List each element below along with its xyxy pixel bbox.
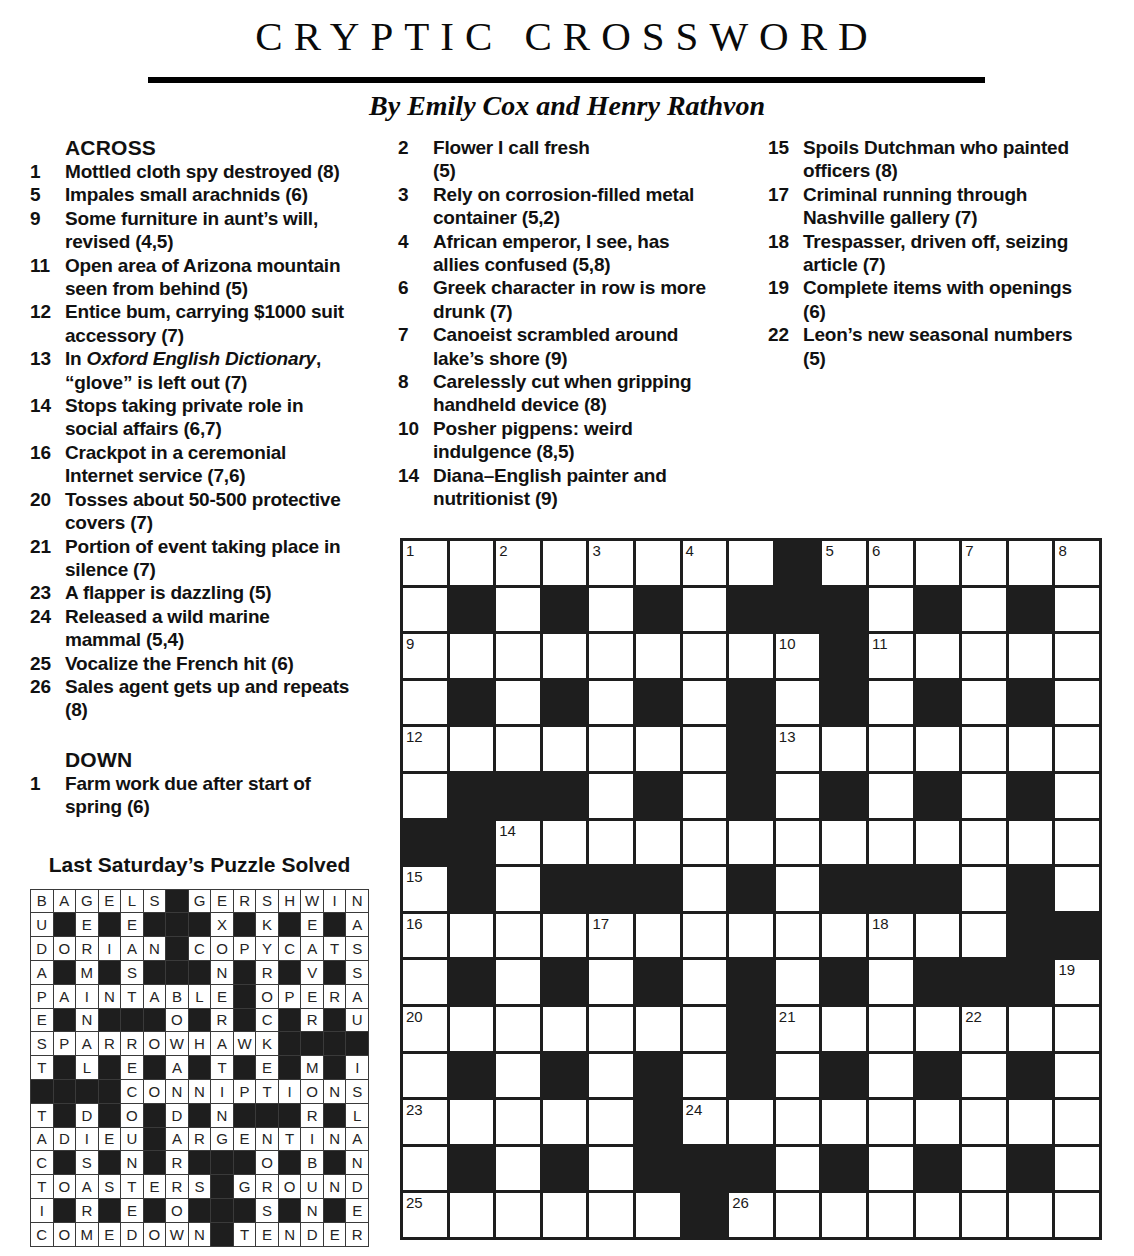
clue-text: Greek character in row is more drunk (7) xyxy=(433,276,706,323)
main-cell-r15c14[interactable] xyxy=(1009,1193,1053,1237)
solved-cell-r9c3 xyxy=(76,1080,98,1103)
main-cell-r9c5[interactable]: 17 xyxy=(589,914,633,958)
main-cell-r11c11[interactable] xyxy=(869,1007,913,1051)
solved-cell-r11c2: D xyxy=(54,1128,76,1151)
cell-number: 9 xyxy=(406,634,414,653)
solved-cell-r12c7: R xyxy=(166,1151,188,1174)
clue-text: Canoeist scrambled around lake’s shore (… xyxy=(433,323,678,370)
main-cell-r10c11[interactable] xyxy=(869,960,913,1004)
solved-cell-r12c3: S xyxy=(76,1151,98,1174)
main-cell-r14c5[interactable] xyxy=(589,1147,633,1191)
solved-cell-r12c5: N xyxy=(121,1151,143,1174)
solved-cell-r1c7 xyxy=(166,890,188,913)
solved-cell-r12c12 xyxy=(279,1151,301,1174)
solved-cell-r4c6 xyxy=(144,961,166,984)
main-cell-r15c2[interactable] xyxy=(450,1193,494,1237)
main-cell-r6c10 xyxy=(822,774,866,818)
main-cell-r1c13[interactable]: 7 xyxy=(962,541,1006,585)
cell-number: 2 xyxy=(499,541,507,560)
main-cell-r5c1[interactable]: 12 xyxy=(403,727,447,771)
main-cell-r9c11[interactable]: 18 xyxy=(869,914,913,958)
main-cell-r11c7[interactable] xyxy=(683,1007,727,1051)
solved-cell-r14c2 xyxy=(54,1199,76,1222)
main-cell-r3c5[interactable] xyxy=(589,634,633,678)
main-cell-r1c2[interactable] xyxy=(450,541,494,585)
main-cell-r13c8[interactable] xyxy=(729,1100,773,1144)
main-cell-r9c8[interactable] xyxy=(729,914,773,958)
main-cell-r7c14[interactable] xyxy=(1009,821,1053,865)
main-cell-r13c3[interactable] xyxy=(496,1100,540,1144)
main-cell-r4c9[interactable] xyxy=(776,681,820,725)
solved-cell-r10c5: O xyxy=(121,1104,143,1127)
main-cell-r15c3[interactable] xyxy=(496,1193,540,1237)
main-cell-r4c15[interactable] xyxy=(1055,681,1099,725)
solved-cell-r1c10: R xyxy=(234,890,256,913)
main-cell-r1c11[interactable]: 6 xyxy=(869,541,913,585)
clue-across-21: 21Portion of event taking place in silen… xyxy=(30,535,390,582)
solved-cell-r10c1: T xyxy=(31,1104,53,1127)
solved-cell-r2c13: E xyxy=(301,913,323,936)
main-cell-r13c5[interactable] xyxy=(589,1100,633,1144)
main-cell-r9c7[interactable] xyxy=(683,914,727,958)
main-cell-r11c9[interactable]: 21 xyxy=(776,1007,820,1051)
solved-cell-r9c1 xyxy=(31,1080,53,1103)
main-cell-r14c15[interactable] xyxy=(1055,1147,1099,1191)
solved-cell-r9c13: O xyxy=(301,1080,323,1103)
main-cell-r7c6[interactable] xyxy=(636,821,680,865)
main-cell-r12c11[interactable] xyxy=(869,1054,913,1098)
solved-cell-r14c1: I xyxy=(31,1199,53,1222)
main-cell-r1c14[interactable] xyxy=(1009,541,1053,585)
main-cell-r11c13[interactable]: 22 xyxy=(962,1007,1006,1051)
solved-cell-r5c14: R xyxy=(324,985,346,1008)
main-cell-r7c3[interactable]: 14 xyxy=(496,821,540,865)
clue-number: 15 xyxy=(768,136,803,183)
solved-cell-r3c11: Y xyxy=(256,937,278,960)
solved-cell-r5c15: A xyxy=(346,985,368,1008)
main-cell-r13c13[interactable] xyxy=(962,1100,1006,1144)
main-cell-r14c1[interactable] xyxy=(403,1147,447,1191)
solved-cell-r14c11: S xyxy=(256,1199,278,1222)
main-cell-r7c11[interactable] xyxy=(869,821,913,865)
main-cell-r4c11[interactable] xyxy=(869,681,913,725)
main-cell-r15c9[interactable] xyxy=(776,1193,820,1237)
solved-cell-r2c6 xyxy=(144,913,166,936)
main-cell-r11c14[interactable] xyxy=(1009,1007,1053,1051)
clue-text: In Oxford English Dictionary, “glove” is… xyxy=(65,347,321,394)
cell-number: 21 xyxy=(779,1007,796,1026)
main-cell-r1c15[interactable]: 8 xyxy=(1055,541,1099,585)
main-cell-r12c3[interactable] xyxy=(496,1054,540,1098)
main-cell-r3c15[interactable] xyxy=(1055,634,1099,678)
main-cell-r15c6[interactable] xyxy=(636,1193,680,1237)
main-cell-r6c6 xyxy=(636,774,680,818)
main-cell-r7c1 xyxy=(403,821,447,865)
main-cell-r10c2 xyxy=(450,960,494,1004)
main-cell-r8c3[interactable] xyxy=(496,867,540,911)
main-cell-r11c10[interactable] xyxy=(822,1007,866,1051)
main-cell-r15c11[interactable] xyxy=(869,1193,913,1237)
clue-text: Tosses about 50-500 protective covers (7… xyxy=(65,488,341,535)
solved-cell-r10c9: N xyxy=(211,1104,233,1127)
main-cell-r6c15[interactable] xyxy=(1055,774,1099,818)
main-cell-r4c1[interactable] xyxy=(403,681,447,725)
main-cell-r3c2[interactable] xyxy=(450,634,494,678)
solved-cell-r9c9: I xyxy=(211,1080,233,1103)
main-cell-r14c6 xyxy=(636,1147,680,1191)
main-cell-r9c6[interactable] xyxy=(636,914,680,958)
cell-number: 10 xyxy=(779,634,796,653)
clue-number: 13 xyxy=(30,347,65,394)
solved-cell-r14c6 xyxy=(144,1199,166,1222)
main-cell-r10c14 xyxy=(1009,960,1053,1004)
clue-text: Mottled cloth spy destroyed (8) xyxy=(65,160,340,183)
main-cell-r9c9[interactable] xyxy=(776,914,820,958)
main-cell-r14c12 xyxy=(916,1147,960,1191)
solved-cell-r14c14 xyxy=(324,1199,346,1222)
main-cell-r9c12[interactable] xyxy=(916,914,960,958)
main-cell-r3c9[interactable]: 10 xyxy=(776,634,820,678)
main-cell-r9c3[interactable] xyxy=(496,914,540,958)
solved-cell-r2c7 xyxy=(166,913,188,936)
main-cell-r1c8[interactable] xyxy=(729,541,773,585)
solved-cell-r4c9: N xyxy=(211,961,233,984)
main-cell-r6c13[interactable] xyxy=(962,774,1006,818)
main-cell-r13c12[interactable] xyxy=(916,1100,960,1144)
main-cell-r2c10 xyxy=(822,588,866,632)
main-cell-r15c10[interactable] xyxy=(822,1193,866,1237)
solved-cell-r3c8: C xyxy=(189,937,211,960)
solved-cell-r10c8 xyxy=(189,1104,211,1127)
main-cell-r6c7[interactable] xyxy=(683,774,727,818)
solved-cell-r3c15: S xyxy=(346,937,368,960)
main-cell-r12c12 xyxy=(916,1054,960,1098)
main-cell-r15c15[interactable] xyxy=(1055,1193,1099,1237)
clue-text: Portion of event taking place in silence… xyxy=(65,535,340,582)
main-cell-r7c4[interactable] xyxy=(543,821,587,865)
clue-text: Leon’s new seasonal numbers (5) xyxy=(803,323,1072,370)
main-cell-r5c10[interactable] xyxy=(822,727,866,771)
clue-number: 1 xyxy=(30,160,65,183)
main-cell-r11c6[interactable] xyxy=(636,1007,680,1051)
main-cell-r9c13[interactable] xyxy=(962,914,1006,958)
main-cell-r4c7[interactable] xyxy=(683,681,727,725)
clue-across-25: 25Vocalize the French hit (6) xyxy=(30,652,390,675)
main-cell-r2c13[interactable] xyxy=(962,588,1006,632)
main-cell-r7c8[interactable] xyxy=(729,821,773,865)
solved-cell-r6c15: U xyxy=(346,1009,368,1032)
clue-text: Diana–English painter and nutritionist (… xyxy=(433,464,667,511)
main-cell-r15c4[interactable] xyxy=(543,1193,587,1237)
solved-cell-r11c14: N xyxy=(324,1128,346,1151)
main-cell-r5c13[interactable] xyxy=(962,727,1006,771)
solved-cell-r13c6: E xyxy=(144,1175,166,1198)
main-cell-r10c7[interactable] xyxy=(683,960,727,1004)
main-cell-r2c15[interactable] xyxy=(1055,588,1099,632)
solved-cell-r9c8: N xyxy=(189,1080,211,1103)
main-cell-r1c1[interactable]: 1 xyxy=(403,541,447,585)
main-cell-r5c4[interactable] xyxy=(543,727,587,771)
main-cell-r13c11[interactable] xyxy=(869,1100,913,1144)
cell-number: 16 xyxy=(406,914,423,933)
cell-number: 25 xyxy=(406,1193,423,1212)
main-cell-r3c7[interactable] xyxy=(683,634,727,678)
main-cell-r10c3[interactable] xyxy=(496,960,540,1004)
main-cell-r3c11[interactable]: 11 xyxy=(869,634,913,678)
solved-cell-r2c8 xyxy=(189,913,211,936)
main-cell-r11c4[interactable] xyxy=(543,1007,587,1051)
solved-cell-r2c4 xyxy=(99,913,121,936)
main-cell-r1c5[interactable]: 3 xyxy=(589,541,633,585)
solved-cell-r11c4: E xyxy=(99,1128,121,1151)
solved-cell-r6c10 xyxy=(234,1009,256,1032)
main-cell-r11c3[interactable] xyxy=(496,1007,540,1051)
main-cell-r12c5[interactable] xyxy=(589,1054,633,1098)
cell-number: 24 xyxy=(686,1100,703,1119)
main-cell-r5c15[interactable] xyxy=(1055,727,1099,771)
solved-cell-r5c5: T xyxy=(121,985,143,1008)
solved-cell-r3c13: A xyxy=(301,937,323,960)
main-cell-r3c12[interactable] xyxy=(916,634,960,678)
main-cell-r15c1[interactable]: 25 xyxy=(403,1193,447,1237)
main-cell-r2c3[interactable] xyxy=(496,588,540,632)
solved-cell-r8c7: A xyxy=(166,1056,188,1079)
solved-cell-r12c14 xyxy=(324,1151,346,1174)
clue-number: 7 xyxy=(398,323,433,370)
solved-cell-r13c11: R xyxy=(256,1175,278,1198)
main-cell-r5c2[interactable] xyxy=(450,727,494,771)
solved-cell-r13c4: S xyxy=(99,1175,121,1198)
main-cell-r1c10[interactable]: 5 xyxy=(822,541,866,585)
clue-number: 12 xyxy=(30,300,65,347)
main-cell-r6c9[interactable] xyxy=(776,774,820,818)
clue-down-14: 14Diana–English painter and nutritionist… xyxy=(398,464,758,511)
solved-cell-r13c3: A xyxy=(76,1175,98,1198)
main-cell-r10c5[interactable] xyxy=(589,960,633,1004)
main-cell-r12c1[interactable] xyxy=(403,1054,447,1098)
solved-cell-r1c3: G xyxy=(76,890,98,913)
clue-across-24: 24Released a wild marine mammal (5,4) xyxy=(30,605,390,652)
solved-cell-r10c11 xyxy=(256,1104,278,1127)
main-cell-r13c15[interactable] xyxy=(1055,1100,1099,1144)
main-cell-r1c6[interactable] xyxy=(636,541,680,585)
main-cell-r3c13[interactable] xyxy=(962,634,1006,678)
solved-cell-r7c3: A xyxy=(76,1032,98,1055)
main-cell-r14c3[interactable] xyxy=(496,1147,540,1191)
main-cell-r9c4[interactable] xyxy=(543,914,587,958)
main-cell-r8c1[interactable]: 15 xyxy=(403,867,447,911)
solved-cell-r7c5: R xyxy=(121,1032,143,1055)
main-cell-r6c5[interactable] xyxy=(589,774,633,818)
clue-down-17: 17Criminal running through Nashville gal… xyxy=(768,183,1134,230)
solved-cell-r14c9 xyxy=(211,1199,233,1222)
main-cell-r13c7[interactable]: 24 xyxy=(683,1100,727,1144)
main-cell-r12c9[interactable] xyxy=(776,1054,820,1098)
solved-cell-r13c15: D xyxy=(346,1175,368,1198)
main-cell-r7c12[interactable] xyxy=(916,821,960,865)
main-cell-r12c13[interactable] xyxy=(962,1054,1006,1098)
byline: By Emily Cox and Henry Rathvon xyxy=(0,90,1134,122)
solved-cell-r4c15: S xyxy=(346,961,368,984)
clue-number: 23 xyxy=(30,581,65,604)
main-cell-r4c3[interactable] xyxy=(496,681,540,725)
solved-cell-r8c12 xyxy=(279,1056,301,1079)
main-cell-r7c9[interactable] xyxy=(776,821,820,865)
main-cell-r8c2 xyxy=(450,867,494,911)
main-cell-r5c5[interactable] xyxy=(589,727,633,771)
main-cell-r2c7[interactable] xyxy=(683,588,727,632)
main-cell-r13c10[interactable] xyxy=(822,1100,866,1144)
main-cell-r15c13[interactable] xyxy=(962,1193,1006,1237)
main-cell-r10c15[interactable]: 19 xyxy=(1055,960,1099,1004)
main-cell-r5c8 xyxy=(729,727,773,771)
solved-cell-r6c13: R xyxy=(301,1009,323,1032)
main-cell-r7c10[interactable] xyxy=(822,821,866,865)
main-cell-r14c9[interactable] xyxy=(776,1147,820,1191)
main-cell-r8c13[interactable] xyxy=(962,867,1006,911)
cell-number: 1 xyxy=(406,541,414,560)
cell-number: 3 xyxy=(592,541,600,560)
main-cell-r6c12 xyxy=(916,774,960,818)
main-cell-r14c11[interactable] xyxy=(869,1147,913,1191)
main-cell-r7c13[interactable] xyxy=(962,821,1006,865)
main-cell-r13c6 xyxy=(636,1100,680,1144)
main-cell-r7c5[interactable] xyxy=(589,821,633,865)
solved-cell-r7c2: P xyxy=(54,1032,76,1055)
main-cell-r3c3[interactable] xyxy=(496,634,540,678)
solved-cell-r8c15: I xyxy=(346,1056,368,1079)
solved-cell-r7c8: H xyxy=(189,1032,211,1055)
main-cell-r5c12[interactable] xyxy=(916,727,960,771)
main-cell-r6c1[interactable] xyxy=(403,774,447,818)
main-cell-r12c7[interactable] xyxy=(683,1054,727,1098)
main-cell-r2c11[interactable] xyxy=(869,588,913,632)
main-cell-r8c7[interactable] xyxy=(683,867,727,911)
clue-number: 8 xyxy=(398,370,433,417)
main-cell-r13c4[interactable] xyxy=(543,1100,587,1144)
main-cell-r5c3[interactable] xyxy=(496,727,540,771)
main-cell-r3c14[interactable] xyxy=(1009,634,1053,678)
main-cell-r5c6[interactable] xyxy=(636,727,680,771)
solved-cell-r1c12: H xyxy=(279,890,301,913)
main-cell-r8c8 xyxy=(729,867,773,911)
solved-cell-r7c1: S xyxy=(31,1032,53,1055)
solved-cell-r1c1: B xyxy=(31,890,53,913)
solved-cell-r14c3: R xyxy=(76,1199,98,1222)
main-cell-r13c1[interactable]: 23 xyxy=(403,1100,447,1144)
main-cell-r2c5[interactable] xyxy=(589,588,633,632)
main-cell-r12c15[interactable] xyxy=(1055,1054,1099,1098)
main-cell-r8c10 xyxy=(822,867,866,911)
main-cell-r3c6[interactable] xyxy=(636,634,680,678)
main-cell-r3c8[interactable] xyxy=(729,634,773,678)
solved-cell-r12c2 xyxy=(54,1151,76,1174)
main-cell-r5c14[interactable] xyxy=(1009,727,1053,771)
clue-down-2: 2Flower I call fresh (5) xyxy=(398,136,758,183)
main-cell-r11c2[interactable] xyxy=(450,1007,494,1051)
clue-down-1: 1Farm work due after start of spring (6) xyxy=(30,772,390,819)
solved-cell-r2c2 xyxy=(54,913,76,936)
solved-cell-r15c12: N xyxy=(279,1223,301,1246)
main-cell-r2c1[interactable] xyxy=(403,588,447,632)
solved-cell-r7c6: O xyxy=(144,1032,166,1055)
solved-cell-r7c11: K xyxy=(256,1032,278,1055)
solved-cell-r15c8: N xyxy=(189,1223,211,1246)
main-cell-r1c12[interactable] xyxy=(916,541,960,585)
main-cell-r10c9[interactable] xyxy=(776,960,820,1004)
solved-cell-r12c9 xyxy=(211,1151,233,1174)
solved-cell-r15c13: D xyxy=(301,1223,323,1246)
main-cell-r1c3[interactable]: 2 xyxy=(496,541,540,585)
main-cell-r15c8[interactable]: 26 xyxy=(729,1193,773,1237)
main-cell-r10c1[interactable] xyxy=(403,960,447,1004)
solved-cell-r6c12 xyxy=(279,1009,301,1032)
main-cell-r3c1[interactable]: 9 xyxy=(403,634,447,678)
main-cell-r15c12[interactable] xyxy=(916,1193,960,1237)
main-cell-r10c12 xyxy=(916,960,960,1004)
main-cell-r13c9[interactable] xyxy=(776,1100,820,1144)
clue-number: 22 xyxy=(768,323,803,370)
solved-cell-r13c10: G xyxy=(234,1175,256,1198)
main-cell-r8c9[interactable] xyxy=(776,867,820,911)
solved-cell-r1c6: S xyxy=(144,890,166,913)
main-cell-r7c7[interactable] xyxy=(683,821,727,865)
main-cell-r11c1[interactable]: 20 xyxy=(403,1007,447,1051)
solved-cell-r6c1: E xyxy=(31,1009,53,1032)
solved-cell-r5c12: P xyxy=(279,985,301,1008)
main-cell-r13c2[interactable] xyxy=(450,1100,494,1144)
main-cell-r3c4[interactable] xyxy=(543,634,587,678)
clue-across-5: 5Impales small arachnids (6) xyxy=(30,183,390,206)
page-title: CRYPTIC CROSSWORD xyxy=(0,12,1134,60)
main-cell-r9c10[interactable] xyxy=(822,914,866,958)
solved-cell-r8c10 xyxy=(234,1056,256,1079)
main-cell-r5c7[interactable] xyxy=(683,727,727,771)
main-cell-r1c7[interactable]: 4 xyxy=(683,541,727,585)
main-cell-r6c11[interactable] xyxy=(869,774,913,818)
main-cell-r14c13[interactable] xyxy=(962,1147,1006,1191)
cell-number: 6 xyxy=(872,541,880,560)
main-cell-r11c5[interactable] xyxy=(589,1007,633,1051)
main-cell-r4c13[interactable] xyxy=(962,681,1006,725)
cell-number: 12 xyxy=(406,727,423,746)
solved-cell-r2c3: E xyxy=(76,913,98,936)
main-cell-r8c15[interactable] xyxy=(1055,867,1099,911)
solved-cell-r15c1: C xyxy=(31,1223,53,1246)
main-cell-r11c15[interactable] xyxy=(1055,1007,1099,1051)
main-cell-r1c4[interactable] xyxy=(543,541,587,585)
main-cell-r9c2[interactable] xyxy=(450,914,494,958)
solved-cell-r8c2 xyxy=(54,1056,76,1079)
main-cell-r9c1[interactable]: 16 xyxy=(403,914,447,958)
main-cell-r15c7 xyxy=(683,1193,727,1237)
main-cell-r4c5[interactable] xyxy=(589,681,633,725)
main-cell-r14c7 xyxy=(683,1147,727,1191)
cell-number: 7 xyxy=(965,541,973,560)
main-cell-r5c11[interactable] xyxy=(869,727,913,771)
main-cell-r5c9[interactable]: 13 xyxy=(776,727,820,771)
main-cell-r7c15[interactable] xyxy=(1055,821,1099,865)
main-cell-r11c12[interactable] xyxy=(916,1007,960,1051)
solved-cell-r15c11: E xyxy=(256,1223,278,1246)
main-cell-r15c5[interactable] xyxy=(589,1193,633,1237)
solved-cell-r3c5: A xyxy=(121,937,143,960)
solved-cell-r11c5: U xyxy=(121,1128,143,1151)
solved-cell-r5c4: N xyxy=(99,985,121,1008)
solved-cell-r9c7: N xyxy=(166,1080,188,1103)
clue-text: Stops taking private role in social affa… xyxy=(65,394,303,441)
main-cell-r13c14[interactable] xyxy=(1009,1100,1053,1144)
